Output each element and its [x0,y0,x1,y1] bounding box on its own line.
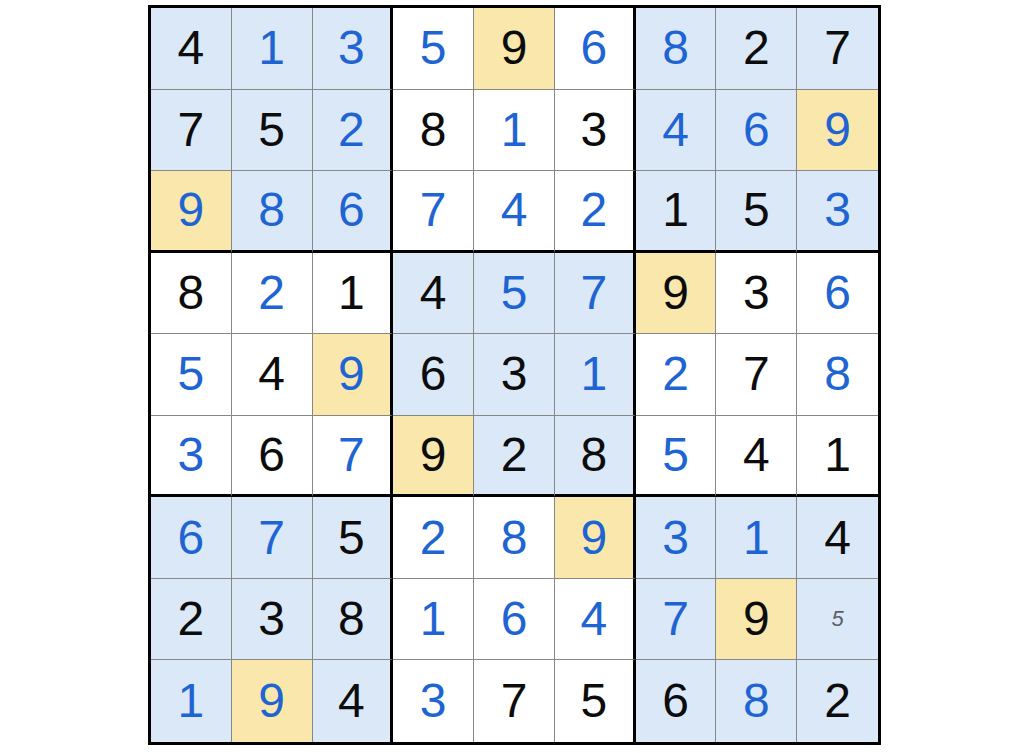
cell-r1c5[interactable]: 9 [474,8,555,90]
cell-r7c1[interactable]: 6 [151,497,232,579]
cell-r3c9[interactable]: 3 [797,171,878,253]
cell-r8c6[interactable]: 4 [555,579,636,661]
cell-r5c4[interactable]: 6 [393,334,474,416]
cell-r9c7[interactable]: 6 [636,660,717,742]
cell-r4c1[interactable]: 8 [151,253,232,335]
cell-r6c5[interactable]: 2 [474,416,555,498]
cell-r5c1[interactable]: 5 [151,334,232,416]
cell-r5c3[interactable]: 9 [313,334,394,416]
cell-r6c6[interactable]: 8 [555,416,636,498]
cell-r6c2[interactable]: 6 [232,416,313,498]
cell-r7c2[interactable]: 7 [232,497,313,579]
cell-r8c7[interactable]: 7 [636,579,717,661]
cell-r4c5[interactable]: 5 [474,253,555,335]
cell-r4c7[interactable]: 9 [636,253,717,335]
cell-r3c2[interactable]: 8 [232,171,313,253]
cell-r8c1[interactable]: 2 [151,579,232,661]
cell-r2c2[interactable]: 5 [232,90,313,172]
cell-r6c8[interactable]: 4 [716,416,797,498]
cell-r7c5[interactable]: 8 [474,497,555,579]
cell-r2c1[interactable]: 7 [151,90,232,172]
cell-r7c9[interactable]: 4 [797,497,878,579]
cell-r2c7[interactable]: 4 [636,90,717,172]
cell-r4c3[interactable]: 1 [313,253,394,335]
cell-r3c4[interactable]: 7 [393,171,474,253]
cell-r4c6[interactable]: 7 [555,253,636,335]
cell-r2c9[interactable]: 9 [797,90,878,172]
cell-r7c8[interactable]: 1 [716,497,797,579]
cell-r1c9[interactable]: 7 [797,8,878,90]
cell-r9c3[interactable]: 4 [313,660,394,742]
cell-r5c5[interactable]: 3 [474,334,555,416]
cell-r7c4[interactable]: 2 [393,497,474,579]
cell-r1c2[interactable]: 1 [232,8,313,90]
cell-r7c3[interactable]: 5 [313,497,394,579]
cell-r2c6[interactable]: 3 [555,90,636,172]
cell-r6c9[interactable]: 1 [797,416,878,498]
cell-r6c3[interactable]: 7 [313,416,394,498]
cell-r2c5[interactable]: 1 [474,90,555,172]
cell-r3c1[interactable]: 9 [151,171,232,253]
cell-r3c5[interactable]: 4 [474,171,555,253]
cell-r8c8[interactable]: 9 [716,579,797,661]
cell-r4c4[interactable]: 4 [393,253,474,335]
cell-r8c2[interactable]: 3 [232,579,313,661]
cell-r3c8[interactable]: 5 [716,171,797,253]
cell-r1c1[interactable]: 4 [151,8,232,90]
cell-r4c9[interactable]: 6 [797,253,878,335]
sudoku-board: 4135968277528134699867421538214579365496… [148,5,881,745]
cell-r6c1[interactable]: 3 [151,416,232,498]
cell-r9c5[interactable]: 7 [474,660,555,742]
cell-r9c4[interactable]: 3 [393,660,474,742]
cell-r3c3[interactable]: 6 [313,171,394,253]
cell-r1c4[interactable]: 5 [393,8,474,90]
cell-r8c3[interactable]: 8 [313,579,394,661]
cell-r9c6[interactable]: 5 [555,660,636,742]
cell-r6c7[interactable]: 5 [636,416,717,498]
cell-r9c8[interactable]: 8 [716,660,797,742]
cell-r1c7[interactable]: 8 [636,8,717,90]
cell-r9c1[interactable]: 1 [151,660,232,742]
cell-r4c2[interactable]: 2 [232,253,313,335]
cell-r4c8[interactable]: 3 [716,253,797,335]
cell-r7c6[interactable]: 9 [555,497,636,579]
cell-r3c6[interactable]: 2 [555,171,636,253]
cell-r8c5[interactable]: 6 [474,579,555,661]
cell-r1c3[interactable]: 3 [313,8,394,90]
cell-r1c6[interactable]: 6 [555,8,636,90]
cell-r7c7[interactable]: 3 [636,497,717,579]
cell-r8c9[interactable]: 5 [797,579,878,661]
cell-r9c2[interactable]: 9 [232,660,313,742]
cell-r5c6[interactable]: 1 [555,334,636,416]
cell-r5c2[interactable]: 4 [232,334,313,416]
cell-r3c7[interactable]: 1 [636,171,717,253]
cell-r5c7[interactable]: 2 [636,334,717,416]
cell-r6c4[interactable]: 9 [393,416,474,498]
cell-r1c8[interactable]: 2 [716,8,797,90]
cell-r2c8[interactable]: 6 [716,90,797,172]
cell-r2c3[interactable]: 2 [313,90,394,172]
cell-r2c4[interactable]: 8 [393,90,474,172]
cell-r5c9[interactable]: 8 [797,334,878,416]
cell-r9c9[interactable]: 2 [797,660,878,742]
cell-r8c4[interactable]: 1 [393,579,474,661]
cell-r5c8[interactable]: 7 [716,334,797,416]
sudoku-page: 4135968277528134699867421538214579365496… [0,0,1024,753]
